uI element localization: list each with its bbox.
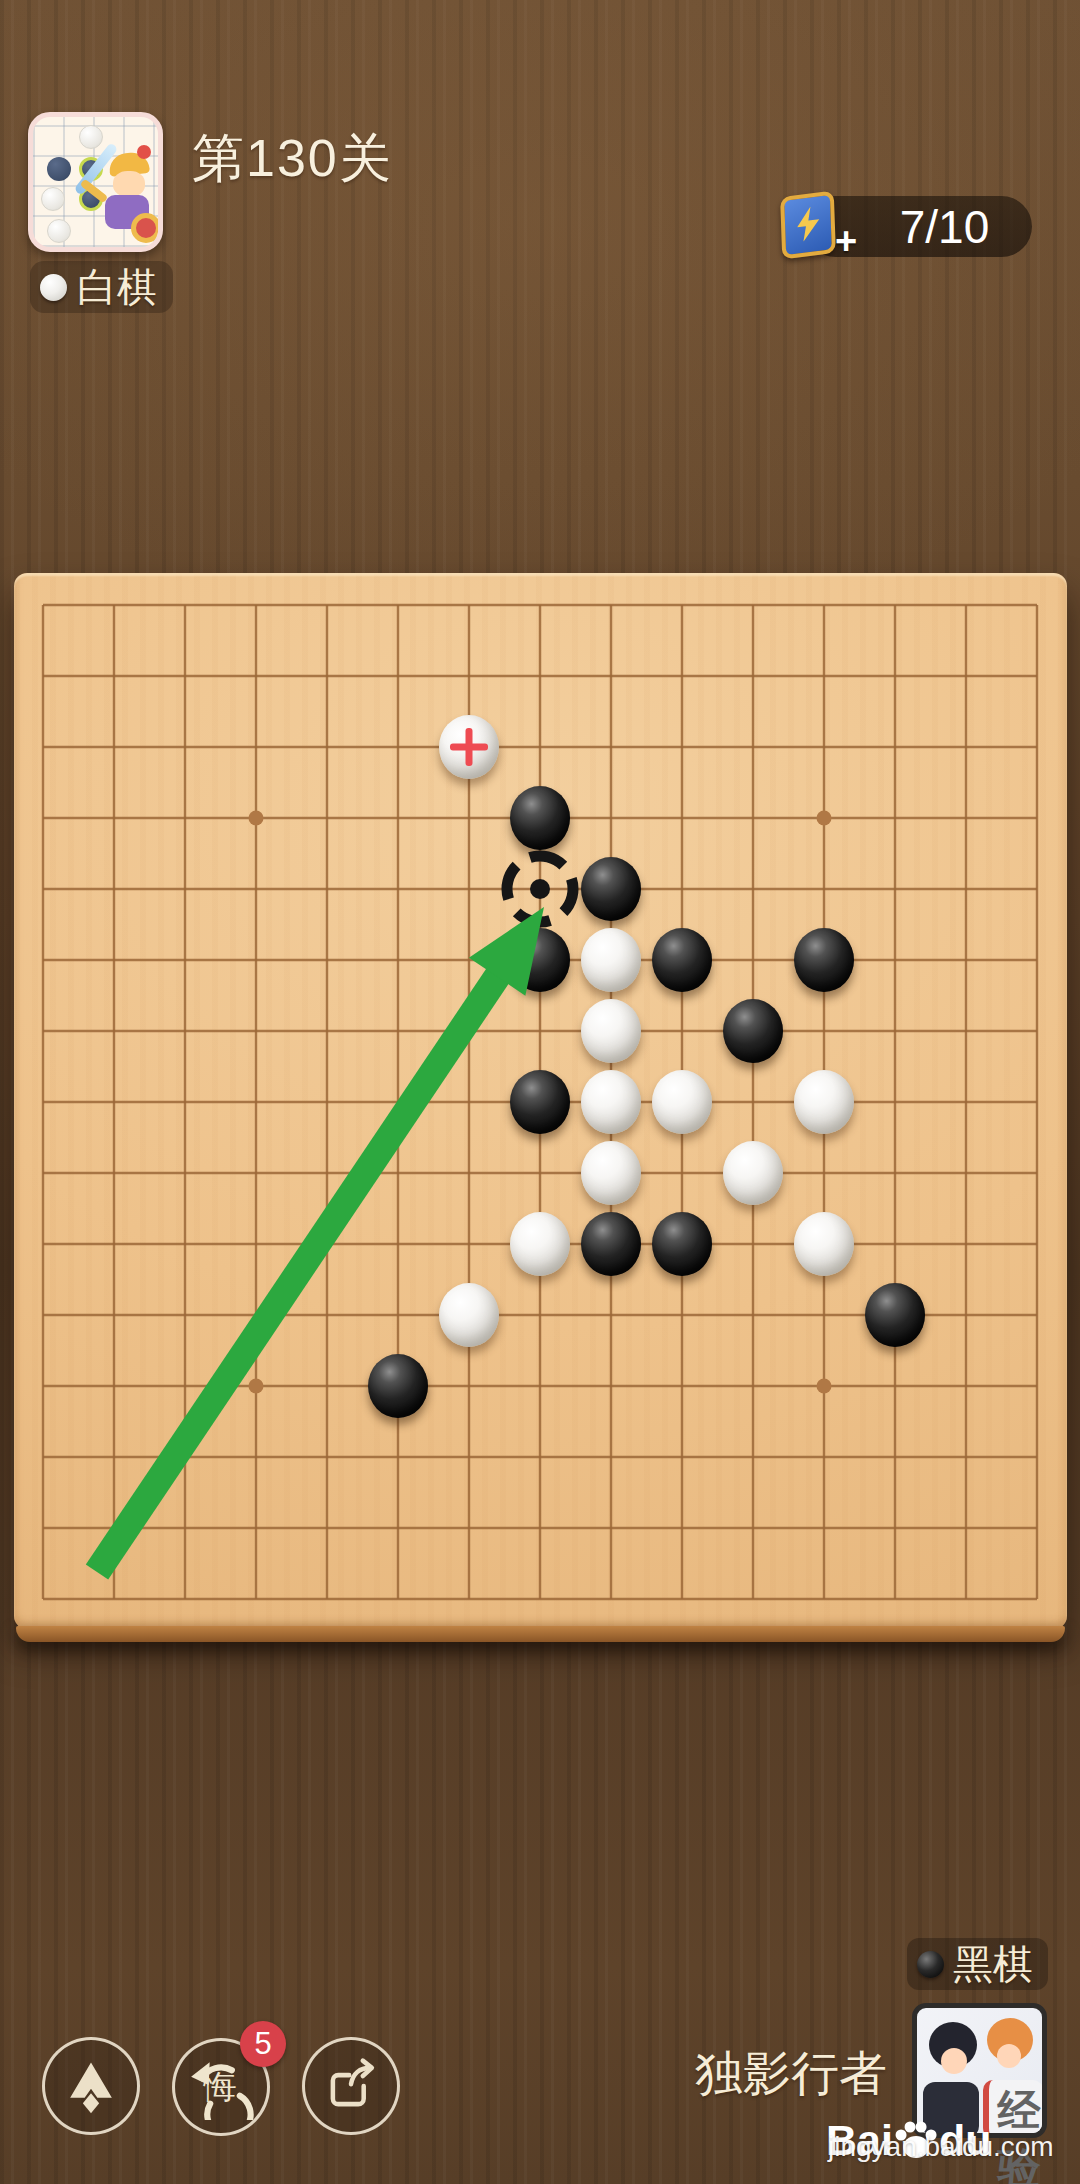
stone-white xyxy=(581,928,641,992)
share-icon xyxy=(322,2057,380,2115)
stone-white xyxy=(581,1141,641,1205)
stone-black xyxy=(510,1070,570,1134)
mini-white-stone xyxy=(47,219,71,243)
mini-knight-face xyxy=(113,171,145,197)
avatar-art xyxy=(997,2044,1021,2068)
app-screen: 第130关 白棋 7/10 + 悔 5 xyxy=(0,0,1080,2184)
player-side-pill: 白棋 xyxy=(30,261,173,313)
stone-black xyxy=(510,928,570,992)
energy-pill[interactable]: 7/10 + xyxy=(805,196,1032,257)
mini-navy-stone xyxy=(47,157,71,181)
mini-knight-shield xyxy=(131,213,161,243)
stone-white xyxy=(794,1212,854,1276)
energy-card-icon xyxy=(780,191,836,260)
stone-white-last-move xyxy=(439,715,499,779)
player-side-label: 白棋 xyxy=(77,260,157,315)
stone-black xyxy=(581,857,641,921)
white-stone-icon xyxy=(40,274,67,301)
stone-black xyxy=(652,1212,712,1276)
up-mountain-icon xyxy=(62,2055,120,2117)
lightning-icon xyxy=(794,205,821,242)
stone-white xyxy=(510,1212,570,1276)
hint-marker[interactable] xyxy=(494,843,586,935)
stone-black xyxy=(794,928,854,992)
opponent-side-label: 黑棋 xyxy=(953,1937,1033,1992)
undo-label: 悔 xyxy=(204,2065,237,2110)
stone-black xyxy=(652,928,712,992)
stone-black xyxy=(368,1354,428,1418)
stone-white xyxy=(723,1141,783,1205)
stone-black xyxy=(865,1283,925,1347)
stone-black xyxy=(510,786,570,850)
stone-white xyxy=(439,1283,499,1347)
black-stone-icon xyxy=(917,1951,944,1978)
stone-white xyxy=(581,999,641,1063)
undo-count-badge: 5 xyxy=(240,2021,286,2067)
avatar-art xyxy=(941,2048,967,2074)
mini-white-stone xyxy=(41,187,65,211)
level-icon xyxy=(28,112,163,252)
level-title: 第130关 xyxy=(192,124,393,194)
mini-white-stone xyxy=(79,125,103,149)
share-button[interactable] xyxy=(302,2037,400,2135)
stone-white xyxy=(794,1070,854,1134)
plus-icon: + xyxy=(835,220,857,263)
opponent-side-pill: 黑棋 xyxy=(907,1938,1048,1990)
stone-black xyxy=(581,1212,641,1276)
stone-white xyxy=(652,1070,712,1134)
stone-black xyxy=(723,999,783,1063)
mini-knight-plume xyxy=(137,145,151,159)
up-button[interactable] xyxy=(42,2037,140,2135)
game-board[interactable] xyxy=(14,573,1067,1629)
watermark-url: jingyan.baidu.com xyxy=(828,2131,1054,2163)
stone-white xyxy=(581,1070,641,1134)
